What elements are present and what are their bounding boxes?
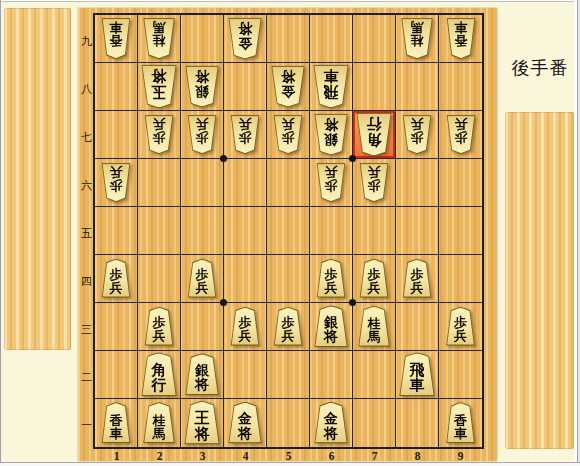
square-7九[interactable]	[353, 15, 396, 63]
piece-gote-silver[interactable]: 銀将	[314, 305, 349, 347]
square-9七[interactable]: 歩兵	[439, 111, 482, 159]
square-4七[interactable]: 歩兵	[224, 111, 267, 159]
piece-sente-knight[interactable]: 桂馬	[143, 18, 176, 59]
piece-sente-gold[interactable]: 金将	[228, 17, 263, 59]
square-6一[interactable]: 金将	[310, 399, 353, 447]
rank-label-一: 一	[80, 401, 93, 449]
square-1七[interactable]	[95, 111, 138, 159]
piece-gote-pawn[interactable]: 歩兵	[230, 307, 260, 346]
square-8五[interactable]	[396, 207, 439, 255]
square-3五[interactable]	[181, 207, 224, 255]
piece-sente-pawn[interactable]: 歩兵	[273, 115, 303, 154]
piece-gote-pawn[interactable]: 歩兵	[187, 259, 217, 298]
square-6五[interactable]	[310, 207, 353, 255]
shogi-app-window: 九八七六五四三二一 香車桂馬金将桂馬香車玉将銀将金将飛車歩兵歩兵歩兵歩兵銀将角行…	[0, 0, 580, 466]
piece-gote-knight[interactable]: 桂馬	[143, 402, 176, 443]
square-7三[interactable]: 桂馬	[353, 303, 396, 351]
square-5四[interactable]	[267, 255, 310, 303]
window-border-right	[574, 0, 580, 466]
piece-sente-rook[interactable]: 飛車	[313, 64, 350, 108]
square-5一[interactable]	[267, 399, 310, 447]
square-8四[interactable]: 歩兵	[396, 255, 439, 303]
square-2八[interactable]: 玉将	[138, 63, 181, 111]
piece-sente-lance[interactable]: 香車	[101, 18, 131, 59]
window-border-top	[0, 0, 580, 3]
square-3四[interactable]: 歩兵	[181, 255, 224, 303]
square-1八[interactable]	[95, 63, 138, 111]
square-4四[interactable]	[224, 255, 267, 303]
square-8九[interactable]: 桂馬	[396, 15, 439, 63]
piece-gote-pawn[interactable]: 歩兵	[273, 307, 303, 346]
shogi-board: 九八七六五四三二一 香車桂馬金将桂馬香車玉将銀将金将飛車歩兵歩兵歩兵歩兵銀将角行…	[78, 8, 497, 461]
square-9五[interactable]	[439, 207, 482, 255]
square-1九[interactable]: 香車	[95, 15, 138, 63]
square-2三[interactable]: 歩兵	[138, 303, 181, 351]
piece-gote-pawn[interactable]: 歩兵	[359, 259, 389, 298]
piece-gote-bishop[interactable]: 角行	[141, 352, 178, 396]
rank-label-六: 六	[80, 161, 93, 209]
window-border-left	[0, 0, 2, 466]
hoshi-dot	[349, 155, 356, 162]
gote-komadai[interactable]	[505, 112, 574, 449]
square-1二[interactable]	[95, 351, 138, 399]
square-9六[interactable]	[439, 159, 482, 207]
square-6七[interactable]: 銀将	[310, 111, 353, 159]
rank-label-七: 七	[80, 113, 93, 161]
turn-indicator: 後手番	[500, 56, 580, 80]
piece-sente-king[interactable]: 玉将	[141, 64, 178, 108]
piece-sente-pawn[interactable]: 歩兵	[316, 163, 346, 202]
square-9四[interactable]	[439, 255, 482, 303]
square-5八[interactable]: 金将	[267, 63, 310, 111]
square-3三[interactable]	[181, 303, 224, 351]
rank-labels: 九八七六五四三二一	[80, 17, 93, 449]
square-3六[interactable]	[181, 159, 224, 207]
board-grid: 香車桂馬金将桂馬香車玉将銀将金将飛車歩兵歩兵歩兵歩兵銀将角行歩兵歩兵歩兵歩兵歩兵…	[93, 13, 484, 449]
square-2七[interactable]: 歩兵	[138, 111, 181, 159]
square-7八[interactable]	[353, 63, 396, 111]
square-3九[interactable]	[181, 15, 224, 63]
piece-gote-pawn[interactable]: 歩兵	[446, 307, 476, 346]
square-6九[interactable]	[310, 15, 353, 63]
hoshi-dot	[349, 299, 356, 306]
square-4二[interactable]	[224, 351, 267, 399]
square-2九[interactable]: 桂馬	[138, 15, 181, 63]
piece-gote-pawn[interactable]: 歩兵	[144, 307, 174, 346]
square-6四[interactable]: 歩兵	[310, 255, 353, 303]
rank-label-二: 二	[80, 353, 93, 401]
square-7五[interactable]	[353, 207, 396, 255]
piece-sente-bishop[interactable]: 角行	[356, 112, 393, 156]
square-1四[interactable]: 歩兵	[95, 255, 138, 303]
square-7一[interactable]	[353, 399, 396, 447]
piece-gote-gold[interactable]: 金将	[228, 402, 263, 444]
piece-sente-knight[interactable]: 桂馬	[401, 18, 434, 59]
piece-sente-pawn[interactable]: 歩兵	[187, 115, 217, 154]
piece-gote-lance[interactable]: 香車	[101, 402, 131, 443]
square-9九[interactable]: 香車	[439, 15, 482, 63]
square-9二[interactable]	[439, 351, 482, 399]
square-4六[interactable]	[224, 159, 267, 207]
square-1一[interactable]: 香車	[95, 399, 138, 447]
piece-gote-knight[interactable]: 桂馬	[358, 306, 391, 347]
square-3八[interactable]: 銀将	[181, 63, 224, 111]
piece-sente-pawn[interactable]: 歩兵	[402, 115, 432, 154]
piece-sente-silver[interactable]: 銀将	[185, 65, 220, 107]
square-3一[interactable]: 王将	[181, 399, 224, 447]
square-6三[interactable]: 銀将	[310, 303, 353, 351]
piece-gote-lance[interactable]: 香車	[446, 402, 476, 443]
square-8一[interactable]	[396, 399, 439, 447]
piece-gote-pawn[interactable]: 歩兵	[402, 259, 432, 298]
piece-gote-pawn[interactable]: 歩兵	[316, 259, 346, 298]
square-8八[interactable]	[396, 63, 439, 111]
square-1三[interactable]	[95, 303, 138, 351]
square-5九[interactable]	[267, 15, 310, 63]
square-9一[interactable]: 香車	[439, 399, 482, 447]
square-4一[interactable]: 金将	[224, 399, 267, 447]
piece-sente-silver[interactable]: 銀将	[314, 113, 349, 155]
rank-label-九: 九	[80, 17, 93, 65]
square-6八[interactable]: 飛車	[310, 63, 353, 111]
piece-sente-pawn[interactable]: 歩兵	[144, 115, 174, 154]
piece-gote-pawn[interactable]: 歩兵	[101, 259, 131, 298]
square-2一[interactable]: 桂馬	[138, 399, 181, 447]
piece-gote-king[interactable]: 王将	[184, 401, 221, 445]
square-8三[interactable]	[396, 303, 439, 351]
piece-sente-lance[interactable]: 香車	[446, 18, 476, 59]
square-2二[interactable]: 角行	[138, 351, 181, 399]
hoshi-dot	[220, 155, 227, 162]
window-border-bottom	[0, 462, 580, 466]
square-4八[interactable]	[224, 63, 267, 111]
hoshi-dot	[220, 299, 227, 306]
rank-label-八: 八	[80, 65, 93, 113]
square-9三[interactable]: 歩兵	[439, 303, 482, 351]
square-5五[interactable]	[267, 207, 310, 255]
square-8六[interactable]	[396, 159, 439, 207]
piece-sente-pawn[interactable]: 歩兵	[101, 163, 131, 202]
rank-label-五: 五	[80, 209, 93, 257]
square-6二[interactable]	[310, 351, 353, 399]
square-7二[interactable]	[353, 351, 396, 399]
piece-sente-pawn[interactable]: 歩兵	[230, 115, 260, 154]
square-1六[interactable]: 歩兵	[95, 159, 138, 207]
square-7六[interactable]: 歩兵	[353, 159, 396, 207]
square-4九[interactable]: 金将	[224, 15, 267, 63]
square-5二[interactable]	[267, 351, 310, 399]
rank-label-四: 四	[80, 257, 93, 305]
square-4五[interactable]	[224, 207, 267, 255]
sente-komadai[interactable]	[4, 8, 71, 350]
piece-gote-silver[interactable]: 銀将	[185, 353, 220, 395]
square-6六[interactable]: 歩兵	[310, 159, 353, 207]
square-9八[interactable]	[439, 63, 482, 111]
square-2五[interactable]	[138, 207, 181, 255]
square-5三[interactable]: 歩兵	[267, 303, 310, 351]
piece-sente-pawn[interactable]: 歩兵	[359, 163, 389, 202]
rank-label-三: 三	[80, 305, 93, 353]
square-8七[interactable]: 歩兵	[396, 111, 439, 159]
piece-gote-rook[interactable]: 飛車	[399, 352, 436, 396]
square-5七[interactable]: 歩兵	[267, 111, 310, 159]
piece-sente-gold[interactable]: 金将	[271, 65, 306, 107]
square-1五[interactable]	[95, 207, 138, 255]
piece-sente-pawn[interactable]: 歩兵	[446, 115, 476, 154]
square-3二[interactable]: 銀将	[181, 351, 224, 399]
square-5六[interactable]	[267, 159, 310, 207]
square-2六[interactable]	[138, 159, 181, 207]
square-4三[interactable]: 歩兵	[224, 303, 267, 351]
square-3七[interactable]: 歩兵	[181, 111, 224, 159]
square-8二[interactable]: 飛車	[396, 351, 439, 399]
square-7七[interactable]: 角行	[353, 111, 396, 159]
square-7四[interactable]: 歩兵	[353, 255, 396, 303]
piece-gote-gold[interactable]: 金将	[314, 402, 349, 444]
square-2四[interactable]	[138, 255, 181, 303]
